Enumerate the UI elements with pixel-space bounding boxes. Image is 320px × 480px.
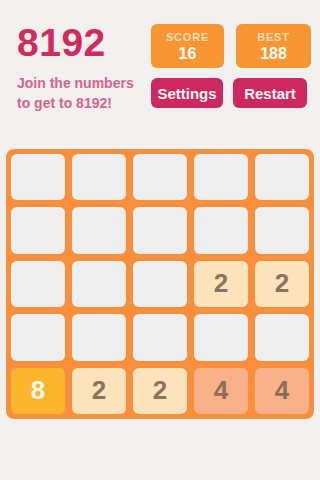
board[interactable]: 2282244 [6, 149, 314, 419]
score-value: 16 [179, 45, 197, 63]
empty-cell [133, 207, 187, 253]
empty-cell [72, 314, 126, 360]
tile-4: 4 [194, 368, 248, 414]
tile-2: 2 [255, 261, 309, 307]
tile-2: 2 [194, 261, 248, 307]
subtitle: Join the numbersto get to 8192! [17, 74, 134, 113]
subtitle-line-2: to get to 8192! [17, 95, 112, 111]
tile-2: 2 [72, 368, 126, 414]
tile-8: 8 [11, 368, 65, 414]
best-value: 188 [260, 45, 287, 63]
best-label: BEST [257, 31, 290, 43]
empty-cell [194, 154, 248, 200]
empty-cell [72, 207, 126, 253]
score-box: SCORE 16 [151, 24, 224, 68]
page-title: 8192 [17, 21, 106, 65]
empty-cell [133, 314, 187, 360]
subtitle-line-1: Join the numbers [17, 75, 134, 91]
empty-cell [255, 207, 309, 253]
empty-cell [72, 261, 126, 307]
app-screen: 8192 Join the numbersto get to 8192! SCO… [0, 0, 320, 480]
empty-cell [11, 314, 65, 360]
empty-cell [133, 261, 187, 307]
best-box: BEST 188 [236, 24, 311, 68]
settings-button[interactable]: Settings [151, 78, 223, 108]
empty-cell [194, 314, 248, 360]
empty-cell [72, 154, 126, 200]
empty-cell [194, 207, 248, 253]
empty-cell [255, 314, 309, 360]
empty-cell [11, 154, 65, 200]
empty-cell [11, 261, 65, 307]
empty-cell [255, 154, 309, 200]
restart-button[interactable]: Restart [233, 78, 307, 108]
empty-cell [133, 154, 187, 200]
score-label: SCORE [166, 31, 209, 43]
empty-cell [11, 207, 65, 253]
tile-4: 4 [255, 368, 309, 414]
tile-2: 2 [133, 368, 187, 414]
